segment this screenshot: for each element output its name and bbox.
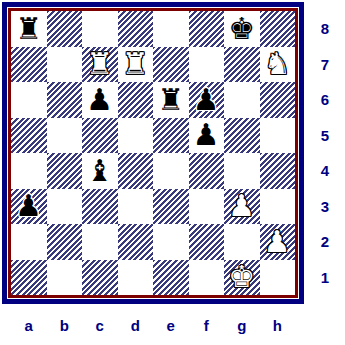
file-labels: abcdefgh [11, 309, 295, 341]
square-d1[interactable] [118, 260, 154, 296]
square-f3[interactable] [189, 189, 225, 225]
square-e1[interactable] [153, 260, 189, 296]
square-a2[interactable] [11, 224, 47, 260]
square-e4[interactable] [153, 153, 189, 189]
square-g2[interactable] [224, 224, 260, 260]
square-e2[interactable] [153, 224, 189, 260]
file-label-e: e [153, 309, 189, 341]
square-h5[interactable] [260, 118, 296, 154]
rank-label-8: 8 [309, 11, 341, 47]
square-a3[interactable]: ♟ [11, 189, 47, 225]
square-h1[interactable] [260, 260, 296, 296]
rank-labels: 87654321 [309, 11, 341, 295]
square-d2[interactable] [118, 224, 154, 260]
square-a8[interactable]: ♜ [11, 11, 47, 47]
square-h3[interactable] [260, 189, 296, 225]
file-label-c: c [82, 309, 118, 341]
square-f4[interactable] [189, 153, 225, 189]
square-d4[interactable] [118, 153, 154, 189]
rank-label-4: 4 [309, 153, 341, 189]
square-h2[interactable]: ♟ [260, 224, 296, 260]
white-rook[interactable]: ♜ [86, 49, 113, 79]
white-king[interactable]: ♚ [228, 262, 255, 292]
rank-label-2: 2 [309, 224, 341, 260]
square-h4[interactable] [260, 153, 296, 189]
square-f8[interactable] [189, 11, 225, 47]
square-b8[interactable] [47, 11, 83, 47]
square-a6[interactable] [11, 82, 47, 118]
square-g1[interactable]: ♚ [224, 260, 260, 296]
white-rook[interactable]: ♜ [122, 49, 149, 79]
square-f6[interactable]: ♟ [189, 82, 225, 118]
square-h7[interactable]: ♞ [260, 47, 296, 83]
square-g5[interactable] [224, 118, 260, 154]
file-label-d: d [118, 309, 154, 341]
white-knight[interactable]: ♞ [264, 49, 291, 79]
square-b4[interactable] [47, 153, 83, 189]
square-c1[interactable] [82, 260, 118, 296]
white-pawn[interactable]: ♟ [264, 227, 291, 257]
square-h6[interactable] [260, 82, 296, 118]
black-pawn[interactable]: ♟ [193, 120, 220, 150]
chess-diagram-page: { "game": "chess", "position": { "fen": … [0, 0, 345, 345]
square-f5[interactable]: ♟ [189, 118, 225, 154]
square-c7[interactable]: ♜ [82, 47, 118, 83]
black-pawn[interactable]: ♟ [86, 85, 113, 115]
square-e7[interactable] [153, 47, 189, 83]
chess-board-frame: ♜♚♜♜♞♟♜♟♟♝♟♟♟♚ [2, 2, 304, 304]
square-c2[interactable] [82, 224, 118, 260]
square-e8[interactable] [153, 11, 189, 47]
square-c5[interactable] [82, 118, 118, 154]
chess-board-inner-frame: ♜♚♜♜♞♟♜♟♟♝♟♟♟♚ [8, 8, 298, 298]
square-c8[interactable] [82, 11, 118, 47]
square-b3[interactable] [47, 189, 83, 225]
square-g4[interactable] [224, 153, 260, 189]
square-f7[interactable] [189, 47, 225, 83]
square-b6[interactable] [47, 82, 83, 118]
square-h8[interactable] [260, 11, 296, 47]
black-pawn[interactable]: ♟ [193, 85, 220, 115]
file-label-b: b [47, 309, 83, 341]
square-c4[interactable]: ♝ [82, 153, 118, 189]
rank-label-6: 6 [309, 82, 341, 118]
square-g3[interactable]: ♟ [224, 189, 260, 225]
square-a5[interactable] [11, 118, 47, 154]
square-b7[interactable] [47, 47, 83, 83]
square-d8[interactable] [118, 11, 154, 47]
square-a4[interactable] [11, 153, 47, 189]
chess-board: ♜♚♜♜♞♟♜♟♟♝♟♟♟♚ [11, 11, 295, 295]
square-g8[interactable]: ♚ [224, 11, 260, 47]
rank-label-3: 3 [309, 189, 341, 225]
square-b5[interactable] [47, 118, 83, 154]
white-pawn[interactable]: ♟ [228, 191, 255, 221]
file-label-h: h [260, 309, 296, 341]
square-d6[interactable] [118, 82, 154, 118]
square-d7[interactable]: ♜ [118, 47, 154, 83]
square-b2[interactable] [47, 224, 83, 260]
square-e5[interactable] [153, 118, 189, 154]
square-c3[interactable] [82, 189, 118, 225]
file-label-g: g [224, 309, 260, 341]
black-rook[interactable]: ♜ [15, 14, 42, 44]
square-f2[interactable] [189, 224, 225, 260]
rank-label-5: 5 [309, 118, 341, 154]
square-b1[interactable] [47, 260, 83, 296]
square-e6[interactable]: ♜ [153, 82, 189, 118]
rank-label-1: 1 [309, 260, 341, 296]
square-g6[interactable] [224, 82, 260, 118]
black-pawn[interactable]: ♟ [15, 191, 42, 221]
black-king[interactable]: ♚ [228, 14, 255, 44]
black-bishop[interactable]: ♝ [86, 156, 113, 186]
square-a7[interactable] [11, 47, 47, 83]
file-label-f: f [189, 309, 225, 341]
square-d5[interactable] [118, 118, 154, 154]
square-c6[interactable]: ♟ [82, 82, 118, 118]
square-d3[interactable] [118, 189, 154, 225]
square-a1[interactable] [11, 260, 47, 296]
black-rook[interactable]: ♜ [157, 85, 184, 115]
square-f1[interactable] [189, 260, 225, 296]
square-g7[interactable] [224, 47, 260, 83]
square-e3[interactable] [153, 189, 189, 225]
rank-label-7: 7 [309, 47, 341, 83]
file-label-a: a [11, 309, 47, 341]
